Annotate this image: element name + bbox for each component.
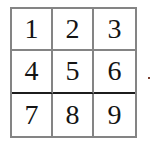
cell-r3c3: 9 bbox=[94, 94, 135, 136]
cell-r1c3: 3 bbox=[94, 9, 135, 51]
cell-r3c1: 7 bbox=[12, 94, 53, 136]
stray-pixel-artifact bbox=[148, 77, 150, 79]
cell-r2c2: 5 bbox=[53, 51, 94, 93]
cell-r1c2: 2 bbox=[53, 9, 94, 51]
cell-r2c1: 4 bbox=[12, 51, 53, 93]
cell-r1c1: 1 bbox=[12, 9, 53, 51]
number-grid-screen: 1 2 3 4 5 6 7 8 9 bbox=[0, 0, 151, 157]
cell-r2c3: 6 bbox=[94, 51, 135, 93]
cell-r3c2: 8 bbox=[53, 94, 94, 136]
number-grid-board: 1 2 3 4 5 6 7 8 9 bbox=[10, 7, 137, 138]
